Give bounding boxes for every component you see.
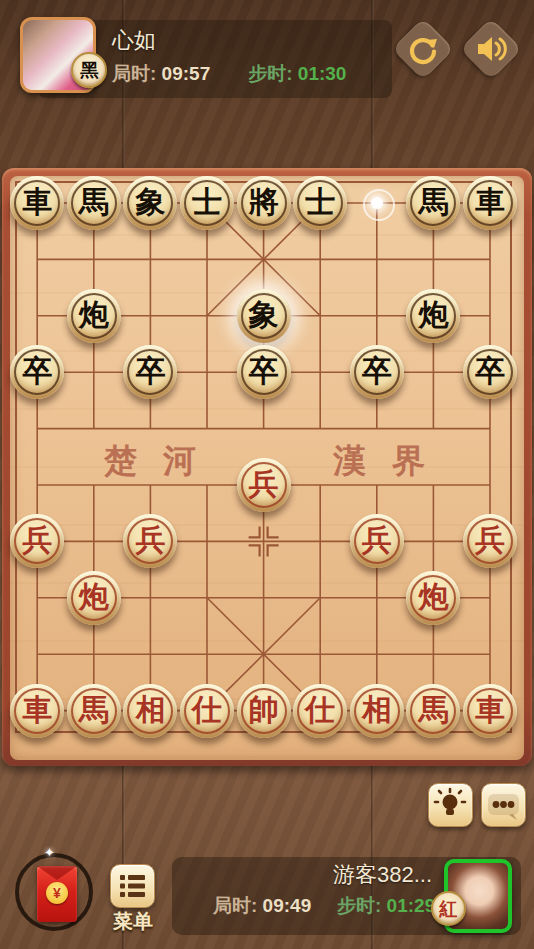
- piece-glyph: 炮: [418, 582, 448, 612]
- piece-glyph: 馬: [418, 695, 448, 725]
- black-cannon-h8[interactable]: 炮: [406, 289, 460, 343]
- menu-list-icon: [111, 865, 154, 907]
- red-cannon-h3[interactable]: 炮: [406, 571, 460, 625]
- red-pawn-e5[interactable]: 兵: [237, 458, 291, 512]
- piece-glyph: 卒: [135, 356, 165, 386]
- piece-glyph: 馬: [79, 187, 109, 217]
- piece-glyph: 象: [135, 187, 165, 217]
- piece-glyph: 象: [249, 300, 279, 330]
- piece-glyph: 兵: [249, 469, 279, 499]
- black-cannon-b8[interactable]: 炮: [67, 289, 121, 343]
- black-chariot-i10[interactable]: 車: [463, 176, 517, 230]
- black-advisor-d10[interactable]: 士: [180, 176, 234, 230]
- piece-glyph: 仕: [305, 695, 335, 725]
- opponent-name: 心如: [112, 26, 156, 56]
- speaker-icon: [469, 27, 513, 71]
- menu-button[interactable]: [110, 864, 155, 908]
- piece-glyph: 馬: [418, 187, 448, 217]
- red-horse-h1[interactable]: 馬: [406, 684, 460, 738]
- hint-button[interactable]: [428, 783, 473, 827]
- piece-glyph: 車: [475, 695, 505, 725]
- refresh-icon: [401, 27, 445, 71]
- game-time-label: 局时:: [112, 63, 156, 84]
- game-time-value: 09:57: [162, 63, 211, 84]
- red-elephant-g1[interactable]: 相: [350, 684, 404, 738]
- red-side-badge: 紅: [431, 891, 466, 926]
- black-elephant-c10[interactable]: 象: [123, 176, 177, 230]
- piece-glyph: 將: [249, 187, 279, 217]
- menu-button-label: 菜单: [103, 908, 163, 935]
- piece-glyph: 車: [22, 695, 52, 725]
- piece-glyph: 兵: [362, 525, 392, 555]
- chat-more-icon: [482, 784, 525, 826]
- piece-glyph: 兵: [475, 525, 505, 555]
- piece-glyph: 車: [475, 187, 505, 217]
- sound-button[interactable]: [460, 18, 522, 80]
- sparkle-icon: ✦: [44, 845, 55, 860]
- piece-glyph: 兵: [135, 525, 165, 555]
- opponent-timers: 局时: 09:57步时: 01:30: [112, 61, 346, 87]
- black-chariot-a10[interactable]: 車: [10, 176, 64, 230]
- restart-button[interactable]: [392, 18, 454, 80]
- last-move-from-dot: [371, 197, 383, 209]
- black-pawn-i7[interactable]: 卒: [463, 345, 517, 399]
- red-cannon-b3[interactable]: 炮: [67, 571, 121, 625]
- black-side-badge: 黑: [71, 52, 107, 88]
- black-pawn-e7[interactable]: 卒: [237, 345, 291, 399]
- black-pawn-a7[interactable]: 卒: [10, 345, 64, 399]
- black-horse-b10[interactable]: 馬: [67, 176, 121, 230]
- hint-bulb-icon: [429, 784, 472, 826]
- move-time-value: 01:30: [298, 63, 347, 84]
- red-advisor-d1[interactable]: 仕: [180, 684, 234, 738]
- red-king-e1[interactable]: 帥: [237, 684, 291, 738]
- piece-glyph: 相: [135, 695, 165, 725]
- red-advisor-f1[interactable]: 仕: [293, 684, 347, 738]
- piece-glyph: 炮: [79, 582, 109, 612]
- self-game-timer: 局时: 09:49: [213, 893, 311, 919]
- black-pawn-g7[interactable]: 卒: [350, 345, 404, 399]
- piece-glyph: 士: [192, 187, 222, 217]
- self-move-timer: 步时: 01:29: [337, 893, 435, 919]
- piece-glyph: 車: [22, 187, 52, 217]
- black-advisor-f10[interactable]: 士: [293, 176, 347, 230]
- piece-glyph: 相: [362, 695, 392, 725]
- piece-glyph: 炮: [418, 300, 448, 330]
- piece-glyph: 仕: [192, 695, 222, 725]
- piece-glyph: 兵: [22, 525, 52, 555]
- black-elephant-e8[interactable]: 象: [237, 289, 291, 343]
- red-pawn-i4[interactable]: 兵: [463, 514, 517, 568]
- piece-glyph: 卒: [22, 356, 52, 386]
- river-text-right: 漢界: [333, 439, 451, 484]
- piece-glyph: 馬: [79, 695, 109, 725]
- river-text-left: 楚河: [104, 439, 222, 484]
- piece-glyph: 卒: [362, 356, 392, 386]
- red-chariot-a1[interactable]: 車: [10, 684, 64, 738]
- piece-glyph: 卒: [249, 356, 279, 386]
- chat-more-button[interactable]: [481, 783, 526, 827]
- red-chariot-i1[interactable]: 車: [463, 684, 517, 738]
- red-horse-b1[interactable]: 馬: [67, 684, 121, 738]
- piece-glyph: 卒: [475, 356, 505, 386]
- red-elephant-c1[interactable]: 相: [123, 684, 177, 738]
- yuan-coin-icon: ¥: [46, 882, 68, 904]
- piece-glyph: 炮: [79, 300, 109, 330]
- black-king-e10[interactable]: 將: [237, 176, 291, 230]
- red-pawn-g4[interactable]: 兵: [350, 514, 404, 568]
- move-time-label: 步时:: [248, 63, 292, 84]
- piece-glyph: 士: [305, 187, 335, 217]
- black-horse-h10[interactable]: 馬: [406, 176, 460, 230]
- self-player-name: 游客382...: [200, 860, 432, 890]
- piece-glyph: 帥: [249, 695, 279, 725]
